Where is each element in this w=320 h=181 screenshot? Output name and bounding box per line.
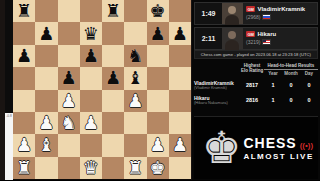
black-knight: ♞ [124, 45, 146, 67]
highest-elo-value: 2816 [240, 97, 264, 103]
player-row-black: 1:49 GM VladimirKramnik (2968) [194, 2, 318, 25]
square-h1[interactable] [169, 157, 191, 179]
stream-frame: -0.8 ♜♜♚♟♛♟♟♟♟♞♟♟♝♟♟♟♞♟♟♝♟♟♜♛♜♚ 1:49 GM … [0, 0, 320, 180]
h2h-year-value: 1 [264, 82, 282, 88]
square-d7[interactable]: ♛ [80, 22, 102, 44]
square-g2[interactable]: ♟ [147, 134, 169, 156]
square-c8[interactable] [58, 0, 80, 22]
square-h2[interactable]: ♟ [169, 134, 191, 156]
square-b8[interactable] [35, 0, 57, 22]
king-piece-icon: ♚ [202, 126, 241, 170]
black-bishop: ♝ [124, 67, 146, 89]
eval-white-section: -0.8 [5, 113, 13, 181]
gm-title-badge: GM [246, 31, 255, 37]
square-c4[interactable]: ♟ [58, 90, 80, 112]
square-c2[interactable] [58, 134, 80, 156]
square-e4[interactable] [102, 90, 124, 112]
square-h7[interactable]: ♟ [169, 22, 191, 44]
square-e6[interactable] [102, 45, 124, 67]
white-bishop: ♝ [35, 134, 57, 156]
live-broadcast-icon: ((•)) [300, 141, 313, 150]
square-b6[interactable] [35, 45, 57, 67]
avatar-body-icon [225, 15, 239, 25]
square-b5[interactable] [35, 67, 57, 89]
square-e7[interactable] [102, 22, 124, 44]
hikaru-avatar [222, 28, 243, 49]
square-b4[interactable] [35, 90, 57, 112]
square-c1[interactable] [58, 157, 80, 179]
white-pawn: ♟ [13, 134, 35, 156]
h2h-day-value: 0 [300, 82, 318, 88]
white-knight: ♞ [58, 112, 80, 134]
square-a4[interactable] [13, 90, 35, 112]
chess-board: ♜♜♚♟♛♟♟♟♟♞♟♟♝♟♟♟♞♟♟♝♟♟♜♛♜♚ [13, 0, 191, 180]
square-d4[interactable] [80, 90, 102, 112]
square-c7[interactable] [58, 22, 80, 44]
day-column-header: Day [300, 71, 318, 76]
table-row: VladimirKramnik (Vladimir Kramnik) 2817 … [194, 80, 318, 91]
eval-black-section [5, 0, 13, 113]
player-name: VladimirKramnik [257, 6, 305, 12]
white-king: ♚ [147, 157, 169, 179]
black-pawn: ♟ [13, 45, 35, 67]
row-player-fullname: (Hikaru Nakamura) [194, 101, 240, 106]
square-f5[interactable]: ♝ [124, 67, 146, 89]
player-rating: (3219) [246, 39, 260, 45]
white-pawn: ♟ [147, 134, 169, 156]
white-pawn: ♟ [58, 90, 80, 112]
square-h4[interactable] [169, 90, 191, 112]
h2h-month-value: 0 [282, 97, 300, 103]
black-pawn: ♟ [169, 22, 191, 44]
month-column-header: Month [282, 71, 300, 76]
black-king: ♚ [147, 0, 169, 22]
square-e3[interactable] [102, 112, 124, 134]
evaluation-bar: -0.8 [5, 0, 13, 180]
russia-flag-icon [262, 14, 271, 20]
game-info-bar: Chess.com game - played on 2023.06.18 at… [194, 50, 318, 59]
black-clock: 1:49 [195, 3, 222, 24]
h2h-year-value: 1 [264, 97, 282, 103]
square-a3[interactable] [13, 112, 35, 134]
black-rook: ♜ [102, 0, 124, 22]
row-player-fullname: (Vladimir Kramnik) [194, 86, 240, 91]
square-a8[interactable]: ♜ [13, 0, 35, 22]
square-f6[interactable]: ♞ [124, 45, 146, 67]
square-f2[interactable] [124, 134, 146, 156]
black-pawn: ♟ [147, 22, 169, 44]
player-name: Hikaru [257, 31, 276, 37]
white-pawn: ♟ [35, 112, 57, 134]
table-row: Hikaru (Hikaru Nakamura) 2816 1 0 0 [194, 95, 318, 106]
square-e5[interactable]: ♟ [102, 67, 124, 89]
square-g5[interactable] [147, 67, 169, 89]
square-e1[interactable] [102, 157, 124, 179]
square-f1[interactable]: ♜ [124, 157, 146, 179]
player-row-white: 2:11 GM Hikaru (3219) [194, 27, 318, 50]
white-pawn: ♟ [124, 90, 146, 112]
white-queen: ♛ [80, 157, 102, 179]
square-c3[interactable]: ♞ [58, 112, 80, 134]
eval-score-label: -0.8 [6, 114, 12, 118]
square-h5[interactable] [169, 67, 191, 89]
h2h-month-value: 0 [282, 82, 300, 88]
black-pawn: ♟ [102, 67, 124, 89]
square-h3[interactable] [169, 112, 191, 134]
square-b1[interactable] [35, 157, 57, 179]
kramnik-avatar [222, 3, 243, 24]
white-rook: ♜ [124, 157, 146, 179]
broadcast-panel: 1:49 GM VladimirKramnik (2968) 2:11 [192, 0, 320, 180]
square-a2[interactable]: ♟ [13, 134, 35, 156]
square-a7[interactable] [13, 22, 35, 44]
square-h6[interactable] [169, 45, 191, 67]
white-pawn: ♟ [169, 134, 191, 156]
black-pawn: ♟ [58, 67, 80, 89]
logo-chess-text: CHESS [243, 135, 296, 151]
avatar-body-icon [225, 40, 239, 50]
square-a5[interactable] [13, 67, 35, 89]
black-rook: ♜ [13, 0, 35, 22]
square-c6[interactable] [58, 45, 80, 67]
square-d6[interactable]: ♟ [80, 45, 102, 67]
channel-logo: ♚ CHESS ((•)) ALMOST LIVE [194, 116, 318, 179]
square-f3[interactable] [124, 112, 146, 134]
square-f7[interactable] [124, 22, 146, 44]
year-column-header: Year [264, 71, 282, 76]
square-d2[interactable] [80, 134, 102, 156]
square-d5[interactable] [80, 67, 102, 89]
white-pawn: ♟ [80, 112, 102, 134]
square-h8[interactable] [169, 0, 191, 22]
white-rook: ♜ [13, 157, 35, 179]
square-a1[interactable]: ♜ [13, 157, 35, 179]
head-to-head-table: Highest Elo Rating Head-to-Head Results … [194, 62, 318, 106]
square-g6[interactable] [147, 45, 169, 67]
square-f4[interactable]: ♟ [124, 90, 146, 112]
game-info-text: Chess.com game - played on 2023.06.18 at… [201, 52, 311, 57]
square-e8[interactable]: ♜ [102, 0, 124, 22]
logo-almost-live-text: ALMOST LIVE [243, 152, 313, 161]
square-g7[interactable]: ♟ [147, 22, 169, 44]
usa-flag-icon [262, 39, 271, 45]
player-rating: (2968) [246, 14, 260, 20]
square-g3[interactable] [147, 112, 169, 134]
square-g1[interactable]: ♚ [147, 157, 169, 179]
elo-column-header: Highest Elo Rating [240, 62, 264, 76]
square-a6[interactable]: ♟ [13, 45, 35, 67]
square-b2[interactable]: ♝ [35, 134, 57, 156]
highest-elo-value: 2817 [240, 82, 264, 88]
square-b7[interactable]: ♟ [35, 22, 57, 44]
black-queen: ♛ [80, 22, 102, 44]
square-e2[interactable] [102, 134, 124, 156]
avatar-head-icon [228, 31, 236, 39]
square-g4[interactable] [147, 90, 169, 112]
square-g8[interactable]: ♚ [147, 0, 169, 22]
square-c5[interactable]: ♟ [58, 67, 80, 89]
avatar-head-icon [228, 6, 236, 14]
square-d3[interactable]: ♟ [80, 112, 102, 134]
square-f8[interactable] [124, 0, 146, 22]
square-b3[interactable]: ♟ [35, 112, 57, 134]
white-clock: 2:11 [195, 28, 222, 49]
square-d1[interactable]: ♛ [80, 157, 102, 179]
square-d8[interactable] [80, 0, 102, 22]
h2h-group-header: Head-to-Head Results [264, 62, 318, 70]
black-pawn: ♟ [80, 45, 102, 67]
black-pawn: ♟ [35, 22, 57, 44]
gm-title-badge: GM [246, 6, 255, 12]
h2h-day-value: 0 [300, 97, 318, 103]
